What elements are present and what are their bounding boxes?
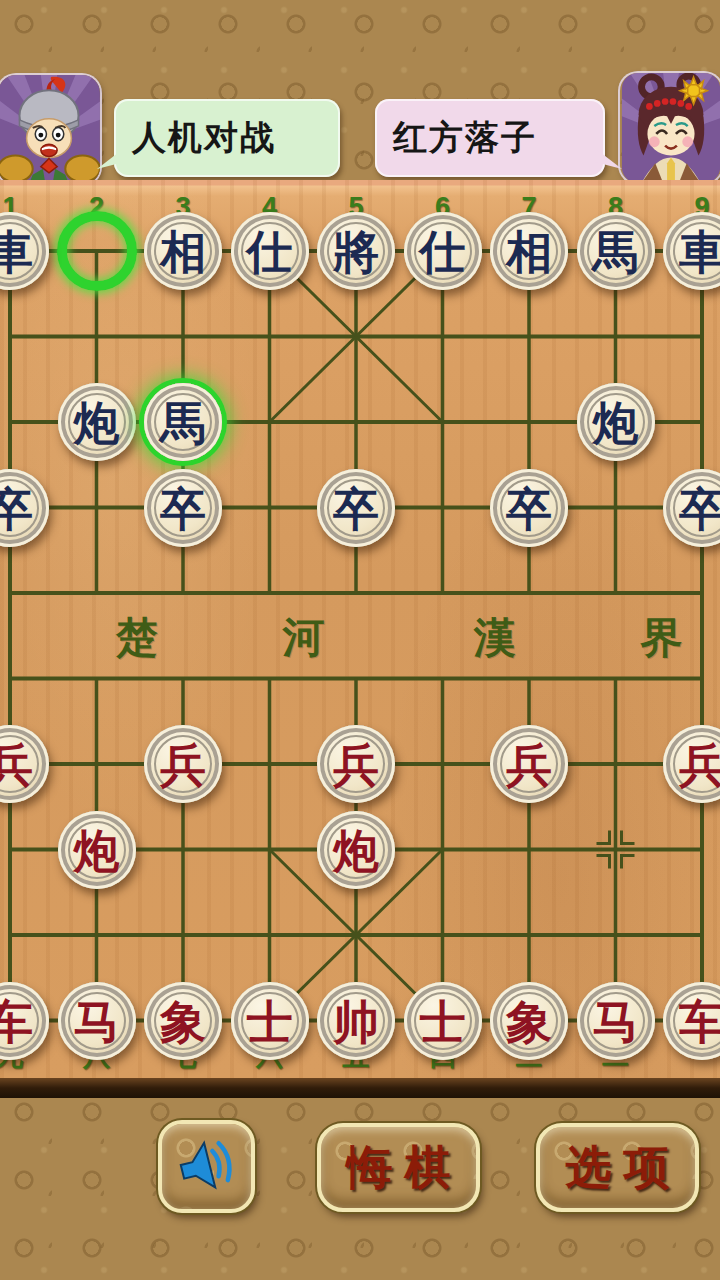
mode-label: 人机对战 xyxy=(132,115,276,161)
speaker-icon xyxy=(176,1137,238,1197)
xiangqi-app-screen: 人机对战 红方落子 xyxy=(0,0,720,1280)
piece-black-soldier[interactable]: 卒 xyxy=(144,469,222,547)
piece-glyph: 象 xyxy=(160,999,206,1045)
piece-red-advisor[interactable]: 士 xyxy=(404,982,482,1060)
undo-move-button[interactable]: 悔棋 xyxy=(317,1123,480,1212)
xiangqi-board[interactable]: 123456789九八七六五四三二一 楚 河 漢 界 車相仕將仕相馬車炮馬炮卒卒… xyxy=(0,180,720,1078)
piece-glyph: 士 xyxy=(420,999,466,1045)
piece-glyph: 卒 xyxy=(160,486,206,532)
piece-glyph: 士 xyxy=(247,999,293,1045)
piece-black-cannon[interactable]: 炮 xyxy=(577,383,655,461)
piece-glyph: 帅 xyxy=(333,999,379,1045)
piece-glyph: 將 xyxy=(333,229,379,275)
piece-glyph: 兵 xyxy=(679,742,720,788)
piece-glyph: 兵 xyxy=(160,742,206,788)
piece-glyph: 車 xyxy=(0,229,33,275)
piece-red-elephant[interactable]: 象 xyxy=(144,982,222,1060)
piece-red-general[interactable]: 帅 xyxy=(317,982,395,1060)
undo-button-label: 悔棋 xyxy=(335,1137,463,1199)
status-bubble-mode: 人机对战 xyxy=(114,99,340,177)
piece-glyph: 炮 xyxy=(333,828,379,874)
piece-glyph: 马 xyxy=(74,999,120,1045)
piece-black-advisor[interactable]: 仕 xyxy=(231,212,309,290)
piece-glyph: 车 xyxy=(679,999,720,1045)
piece-black-cannon[interactable]: 炮 xyxy=(58,383,136,461)
options-button-label: 选项 xyxy=(554,1137,682,1199)
old-soldier-avatar-icon xyxy=(0,75,100,185)
piece-glyph: 炮 xyxy=(74,828,120,874)
piece-red-horse[interactable]: 马 xyxy=(577,982,655,1060)
avatar-red-player xyxy=(620,73,720,183)
piece-red-horse[interactable]: 马 xyxy=(58,982,136,1060)
piece-red-soldier[interactable]: 兵 xyxy=(490,725,568,803)
piece-black-general[interactable]: 將 xyxy=(317,212,395,290)
piece-black-elephant[interactable]: 相 xyxy=(144,212,222,290)
piece-glyph: 兵 xyxy=(0,742,33,788)
piece-glyph: 卒 xyxy=(333,486,379,532)
status-bubble-turn: 红方落子 xyxy=(375,99,605,177)
girl-avatar-icon xyxy=(620,73,720,183)
sound-toggle-button[interactable] xyxy=(158,1120,255,1213)
piece-glyph: 炮 xyxy=(74,400,120,446)
bubble-tail-left-icon xyxy=(95,147,125,171)
piece-glyph: 相 xyxy=(506,229,552,275)
piece-black-horse[interactable]: 馬 xyxy=(577,212,655,290)
river-label-right: 漢 界 xyxy=(474,610,720,666)
piece-black-soldier[interactable]: 卒 xyxy=(490,469,568,547)
piece-glyph: 象 xyxy=(506,999,552,1045)
piece-red-cannon[interactable]: 炮 xyxy=(317,811,395,889)
piece-glyph: 相 xyxy=(160,229,206,275)
last-move-from-ring xyxy=(57,211,137,291)
piece-glyph: 馬 xyxy=(593,229,639,275)
piece-red-soldier[interactable]: 兵 xyxy=(144,725,222,803)
avatar-black-player xyxy=(0,75,100,185)
piece-glyph: 卒 xyxy=(506,486,552,532)
piece-black-horse[interactable]: 馬 xyxy=(144,383,222,461)
piece-black-elephant[interactable]: 相 xyxy=(490,212,568,290)
piece-red-advisor[interactable]: 士 xyxy=(231,982,309,1060)
piece-glyph: 炮 xyxy=(593,400,639,446)
piece-glyph: 卒 xyxy=(679,486,720,532)
piece-black-soldier[interactable]: 卒 xyxy=(317,469,395,547)
piece-glyph: 馬 xyxy=(160,400,206,446)
piece-red-cannon[interactable]: 炮 xyxy=(58,811,136,889)
board-bottom-edge xyxy=(0,1078,720,1098)
piece-glyph: 車 xyxy=(679,229,720,275)
piece-glyph: 车 xyxy=(0,999,33,1045)
piece-glyph: 兵 xyxy=(333,742,379,788)
piece-glyph: 卒 xyxy=(0,486,33,532)
options-button[interactable]: 选项 xyxy=(536,1123,699,1212)
piece-glyph: 仕 xyxy=(247,229,293,275)
piece-glyph: 兵 xyxy=(506,742,552,788)
piece-red-soldier[interactable]: 兵 xyxy=(317,725,395,803)
piece-glyph: 仕 xyxy=(420,229,466,275)
piece-glyph: 马 xyxy=(593,999,639,1045)
river-label-left: 楚 河 xyxy=(116,610,380,666)
piece-red-elephant[interactable]: 象 xyxy=(490,982,568,1060)
turn-label: 红方落子 xyxy=(393,115,537,161)
piece-black-advisor[interactable]: 仕 xyxy=(404,212,482,290)
